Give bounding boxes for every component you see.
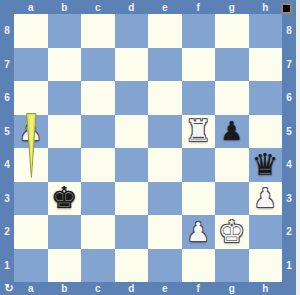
square-e5[interactable] [148, 115, 182, 149]
square-b8[interactable] [48, 14, 82, 48]
square-h2[interactable] [249, 215, 283, 249]
square-g4[interactable] [215, 148, 249, 182]
white-pawn-h3[interactable]: ♟ [254, 185, 277, 211]
file-label-g: g [215, 0, 249, 14]
rank-label-2: 2 [0, 215, 14, 249]
square-c8[interactable] [81, 14, 115, 48]
page-background-edge [296, 0, 300, 295]
black-to-move-indicator [281, 3, 292, 14]
square-d2[interactable] [115, 215, 149, 249]
rank-label-8: 8 [282, 14, 296, 48]
rank-label-3: 3 [282, 182, 296, 216]
square-d7[interactable] [115, 48, 149, 82]
square-f8[interactable] [182, 14, 216, 48]
square-f2[interactable]: ♟ [182, 215, 216, 249]
rank-label-1: 1 [282, 249, 296, 283]
square-a5[interactable]: ♟ [14, 115, 48, 149]
square-e6[interactable] [148, 81, 182, 115]
rank-label-1: 1 [0, 249, 14, 283]
file-label-e: e [148, 0, 182, 14]
rank-label-5: 5 [282, 115, 296, 149]
rank-label-2: 2 [282, 215, 296, 249]
square-g8[interactable] [215, 14, 249, 48]
square-d4[interactable] [115, 148, 149, 182]
chess-board-widget: abcdefgh 87654321 87654321 abcdefgh ♟♜♟♛… [0, 0, 296, 295]
square-a3[interactable] [14, 182, 48, 216]
black-pawn-g5[interactable]: ♟ [220, 118, 243, 144]
square-g7[interactable] [215, 48, 249, 82]
file-label-f: f [182, 0, 216, 14]
file-labels-bottom: abcdefgh [14, 282, 282, 295]
square-b7[interactable] [48, 48, 82, 82]
board-grid: ♟♜♟♛♚♟♟♚ [14, 14, 282, 282]
black-king-b3[interactable]: ♚ [51, 183, 78, 213]
square-f1[interactable] [182, 249, 216, 283]
square-d3[interactable] [115, 182, 149, 216]
square-g5[interactable]: ♟ [215, 115, 249, 149]
square-c1[interactable] [81, 249, 115, 283]
white-pawn-a5[interactable]: ♟ [19, 118, 42, 144]
file-label-b: b [48, 0, 82, 14]
square-c5[interactable] [81, 115, 115, 149]
file-label-h: h [249, 282, 283, 295]
square-f7[interactable] [182, 48, 216, 82]
square-b2[interactable] [48, 215, 82, 249]
white-pawn-f2[interactable]: ♟ [187, 219, 210, 245]
square-b4[interactable] [48, 148, 82, 182]
square-e1[interactable] [148, 249, 182, 283]
square-b3[interactable]: ♚ [48, 182, 82, 216]
square-b1[interactable] [48, 249, 82, 283]
square-e4[interactable] [148, 148, 182, 182]
square-c7[interactable] [81, 48, 115, 82]
rank-label-6: 6 [0, 81, 14, 115]
file-label-a: a [14, 282, 48, 295]
square-e3[interactable] [148, 182, 182, 216]
square-e2[interactable] [148, 215, 182, 249]
file-label-b: b [48, 282, 82, 295]
square-e7[interactable] [148, 48, 182, 82]
square-f5[interactable]: ♜ [182, 115, 216, 149]
white-rook-f5[interactable]: ♜ [185, 116, 212, 146]
square-f3[interactable] [182, 182, 216, 216]
square-c3[interactable] [81, 182, 115, 216]
square-a2[interactable] [14, 215, 48, 249]
file-label-a: a [14, 0, 48, 14]
square-h7[interactable] [249, 48, 283, 82]
square-h6[interactable] [249, 81, 283, 115]
square-b6[interactable] [48, 81, 82, 115]
square-d6[interactable] [115, 81, 149, 115]
square-d1[interactable] [115, 249, 149, 283]
square-a7[interactable] [14, 48, 48, 82]
square-h8[interactable] [249, 14, 283, 48]
rank-label-5: 5 [0, 115, 14, 149]
file-label-h: h [249, 0, 283, 14]
rank-label-7: 7 [282, 48, 296, 82]
file-label-d: d [115, 282, 149, 295]
square-g3[interactable] [215, 182, 249, 216]
black-queen-h4[interactable]: ♛ [252, 150, 279, 180]
file-labels-top: abcdefgh [14, 0, 282, 14]
flip-board-icon[interactable]: ↻ [3, 281, 15, 295]
square-a1[interactable] [14, 249, 48, 283]
rank-label-6: 6 [282, 81, 296, 115]
square-h3[interactable]: ♟ [249, 182, 283, 216]
rank-label-4: 4 [0, 148, 14, 182]
rank-label-7: 7 [0, 48, 14, 82]
square-c6[interactable] [81, 81, 115, 115]
square-c2[interactable] [81, 215, 115, 249]
square-c4[interactable] [81, 148, 115, 182]
square-a8[interactable] [14, 14, 48, 48]
white-king-g2[interactable]: ♚ [218, 217, 245, 247]
square-b5[interactable] [48, 115, 82, 149]
file-label-c: c [81, 282, 115, 295]
square-d5[interactable] [115, 115, 149, 149]
rank-label-3: 3 [0, 182, 14, 216]
rank-label-8: 8 [0, 14, 14, 48]
file-label-g: g [215, 282, 249, 295]
file-label-f: f [182, 282, 216, 295]
square-h5[interactable] [249, 115, 283, 149]
rank-labels-right: 87654321 [282, 14, 296, 282]
square-f4[interactable] [182, 148, 216, 182]
file-label-d: d [115, 0, 149, 14]
rank-label-4: 4 [282, 148, 296, 182]
square-g1[interactable] [215, 249, 249, 283]
square-g2[interactable]: ♚ [215, 215, 249, 249]
square-e8[interactable] [148, 14, 182, 48]
square-h1[interactable] [249, 249, 283, 283]
file-label-c: c [81, 0, 115, 14]
square-d8[interactable] [115, 14, 149, 48]
square-f6[interactable] [182, 81, 216, 115]
rank-labels-left: 87654321 [0, 14, 14, 282]
square-a6[interactable] [14, 81, 48, 115]
file-label-e: e [148, 282, 182, 295]
square-a4[interactable] [14, 148, 48, 182]
square-h4[interactable]: ♛ [249, 148, 283, 182]
square-g6[interactable] [215, 81, 249, 115]
